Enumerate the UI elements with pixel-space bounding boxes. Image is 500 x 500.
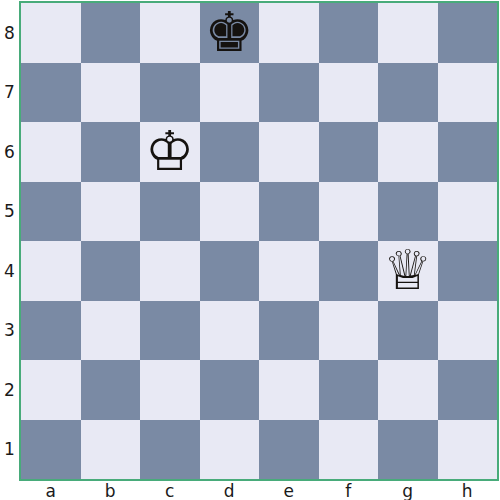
rank-label-1: 1 [0, 420, 19, 480]
square-b3[interactable] [81, 301, 141, 361]
rank-label-5: 5 [0, 182, 19, 242]
square-f5[interactable] [319, 182, 379, 242]
square-b5[interactable] [81, 182, 141, 242]
file-label-f: f [319, 481, 379, 500]
rank-labels: 87654321 [0, 3, 19, 479]
square-f8[interactable] [319, 3, 379, 63]
square-b2[interactable] [81, 360, 141, 420]
square-f1[interactable] [319, 420, 379, 480]
piece-white-queen[interactable]: ♕ [383, 241, 432, 301]
square-a8[interactable] [21, 3, 81, 63]
square-c7[interactable] [140, 63, 200, 123]
square-c1[interactable] [140, 420, 200, 480]
square-b8[interactable] [81, 3, 141, 63]
square-h1[interactable] [438, 420, 498, 480]
file-label-b: b [81, 481, 141, 500]
square-e6[interactable] [259, 122, 319, 182]
square-a4[interactable] [21, 241, 81, 301]
square-d1[interactable] [200, 420, 260, 480]
rank-label-4: 4 [0, 241, 19, 301]
square-h4[interactable] [438, 241, 498, 301]
square-b1[interactable] [81, 420, 141, 480]
square-g6[interactable] [378, 122, 438, 182]
square-g5[interactable] [378, 182, 438, 242]
square-g8[interactable] [378, 3, 438, 63]
square-h6[interactable] [438, 122, 498, 182]
square-g4[interactable]: ♕ [378, 241, 438, 301]
square-f3[interactable] [319, 301, 379, 361]
square-h3[interactable] [438, 301, 498, 361]
rank-label-7: 7 [0, 63, 19, 123]
rank-label-8: 8 [0, 3, 19, 63]
square-h7[interactable] [438, 63, 498, 123]
square-d2[interactable] [200, 360, 260, 420]
square-g2[interactable] [378, 360, 438, 420]
square-b6[interactable] [81, 122, 141, 182]
square-e5[interactable] [259, 182, 319, 242]
square-c6[interactable]: ♔ [140, 122, 200, 182]
square-a2[interactable] [21, 360, 81, 420]
rank-label-3: 3 [0, 301, 19, 361]
square-h8[interactable] [438, 3, 498, 63]
file-label-e: e [259, 481, 319, 500]
square-c8[interactable] [140, 3, 200, 63]
chess-diagram: 87654321 ♚♔♕ abcdefgh [0, 0, 500, 500]
square-c3[interactable] [140, 301, 200, 361]
file-label-d: d [200, 481, 260, 500]
square-h2[interactable] [438, 360, 498, 420]
square-h5[interactable] [438, 182, 498, 242]
square-d6[interactable] [200, 122, 260, 182]
square-f7[interactable] [319, 63, 379, 123]
file-label-h: h [438, 481, 498, 500]
square-a5[interactable] [21, 182, 81, 242]
piece-black-king[interactable]: ♚ [205, 3, 254, 63]
square-b4[interactable] [81, 241, 141, 301]
file-label-c: c [140, 481, 200, 500]
square-e1[interactable] [259, 420, 319, 480]
rank-label-2: 2 [0, 360, 19, 420]
square-d8[interactable]: ♚ [200, 3, 260, 63]
square-a7[interactable] [21, 63, 81, 123]
square-a6[interactable] [21, 122, 81, 182]
square-a1[interactable] [21, 420, 81, 480]
square-a3[interactable] [21, 301, 81, 361]
square-e4[interactable] [259, 241, 319, 301]
chess-board: ♚♔♕ [21, 3, 497, 479]
square-g3[interactable] [378, 301, 438, 361]
square-d3[interactable] [200, 301, 260, 361]
square-e3[interactable] [259, 301, 319, 361]
file-label-a: a [21, 481, 81, 500]
chess-board-frame: ♚♔♕ [19, 1, 499, 481]
rank-label-6: 6 [0, 122, 19, 182]
square-c4[interactable] [140, 241, 200, 301]
square-f2[interactable] [319, 360, 379, 420]
file-labels: abcdefgh [21, 481, 497, 500]
square-g7[interactable] [378, 63, 438, 123]
square-e2[interactable] [259, 360, 319, 420]
square-f6[interactable] [319, 122, 379, 182]
square-f4[interactable] [319, 241, 379, 301]
piece-white-king[interactable]: ♔ [145, 122, 194, 182]
file-label-g: g [378, 481, 438, 500]
square-e8[interactable] [259, 3, 319, 63]
square-b7[interactable] [81, 63, 141, 123]
square-d4[interactable] [200, 241, 260, 301]
square-e7[interactable] [259, 63, 319, 123]
square-d5[interactable] [200, 182, 260, 242]
square-d7[interactable] [200, 63, 260, 123]
square-g1[interactable] [378, 420, 438, 480]
square-c2[interactable] [140, 360, 200, 420]
square-c5[interactable] [140, 182, 200, 242]
